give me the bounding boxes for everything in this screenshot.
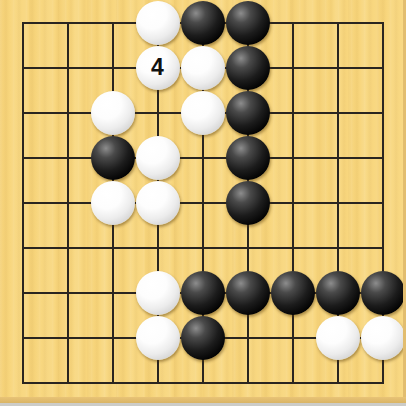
intersection-r0-c4[interactable] [180,0,225,45]
intersection-r4-c5[interactable] [225,180,270,225]
intersection-r2-c0[interactable] [0,90,45,135]
black-stone [181,1,225,45]
intersection-r5-c3[interactable] [135,225,180,270]
intersection-r3-c7[interactable] [315,135,360,180]
intersection-r6-c5[interactable] [225,270,270,315]
move-number-label: 4 [151,56,164,79]
board-grid: 4 [0,0,405,405]
black-stone [361,271,405,315]
intersection-r7-c0[interactable] [0,315,45,360]
intersection-r7-c2[interactable] [90,315,135,360]
intersection-r3-c3[interactable] [135,135,180,180]
white-stone [91,91,135,135]
intersection-r7-c6[interactable] [270,315,315,360]
intersection-r1-c4[interactable] [180,45,225,90]
intersection-r5-c7[interactable] [315,225,360,270]
intersection-r2-c4[interactable] [180,90,225,135]
black-stone [91,136,135,180]
intersection-r0-c8[interactable] [360,0,405,45]
intersection-r6-c6[interactable] [270,270,315,315]
white-stone [361,316,405,360]
intersection-r1-c3[interactable]: 4 [135,45,180,90]
intersection-r7-c5[interactable] [225,315,270,360]
intersection-r2-c5[interactable] [225,90,270,135]
white-stone [136,271,180,315]
intersection-r2-c6[interactable] [270,90,315,135]
intersection-r2-c8[interactable] [360,90,405,135]
black-stone [181,316,225,360]
intersection-r3-c5[interactable] [225,135,270,180]
intersection-r6-c4[interactable] [180,270,225,315]
white-stone [316,316,360,360]
intersection-r5-c0[interactable] [0,225,45,270]
intersection-r4-c8[interactable] [360,180,405,225]
intersection-r7-c7[interactable] [315,315,360,360]
intersection-r1-c6[interactable] [270,45,315,90]
intersection-r5-c5[interactable] [225,225,270,270]
white-stone [136,136,180,180]
black-stone [226,46,270,90]
intersection-r4-c1[interactable] [45,180,90,225]
intersection-r3-c0[interactable] [0,135,45,180]
intersection-r6-c2[interactable] [90,270,135,315]
intersection-r0-c0[interactable] [0,0,45,45]
intersection-r4-c6[interactable] [270,180,315,225]
white-stone [181,91,225,135]
intersection-r1-c7[interactable] [315,45,360,90]
intersection-r4-c7[interactable] [315,180,360,225]
intersection-r6-c1[interactable] [45,270,90,315]
intersection-r0-c6[interactable] [270,0,315,45]
intersection-r5-c6[interactable] [270,225,315,270]
intersection-r3-c1[interactable] [45,135,90,180]
intersection-r3-c4[interactable] [180,135,225,180]
black-stone [226,91,270,135]
go-board: 4 [0,0,406,406]
intersection-r1-c8[interactable] [360,45,405,90]
intersection-r5-c2[interactable] [90,225,135,270]
intersection-r2-c2[interactable] [90,90,135,135]
intersection-r4-c0[interactable] [0,180,45,225]
intersection-r7-c1[interactable] [45,315,90,360]
intersection-r3-c2[interactable] [90,135,135,180]
intersection-r0-c5[interactable] [225,0,270,45]
intersection-r6-c0[interactable] [0,270,45,315]
intersection-r0-c3[interactable] [135,0,180,45]
intersection-r2-c1[interactable] [45,90,90,135]
black-stone [226,181,270,225]
intersection-r0-c1[interactable] [45,0,90,45]
intersection-r5-c8[interactable] [360,225,405,270]
intersection-r7-c8[interactable] [360,315,405,360]
black-stone [181,271,225,315]
intersection-r5-c1[interactable] [45,225,90,270]
intersection-r6-c8[interactable] [360,270,405,315]
white-stone [91,181,135,225]
intersection-r7-c3[interactable] [135,315,180,360]
intersection-r7-c4[interactable] [180,315,225,360]
intersection-r2-c7[interactable] [315,90,360,135]
intersection-r3-c8[interactable] [360,135,405,180]
intersection-r1-c0[interactable] [0,45,45,90]
white-stone [136,1,180,45]
intersection-r3-c6[interactable] [270,135,315,180]
white-stone: 4 [136,46,180,90]
intersection-r4-c3[interactable] [135,180,180,225]
intersection-r6-c7[interactable] [315,270,360,315]
intersection-r0-c7[interactable] [315,0,360,45]
black-stone [226,136,270,180]
intersection-r4-c4[interactable] [180,180,225,225]
intersection-r1-c5[interactable] [225,45,270,90]
white-stone [136,316,180,360]
intersection-r4-c2[interactable] [90,180,135,225]
black-stone [271,271,315,315]
intersection-r5-c4[interactable] [180,225,225,270]
black-stone [226,1,270,45]
black-stone [226,271,270,315]
intersection-r1-c1[interactable] [45,45,90,90]
white-stone [181,46,225,90]
intersection-r2-c3[interactable] [135,90,180,135]
white-stone [136,181,180,225]
black-stone [316,271,360,315]
intersection-r6-c3[interactable] [135,270,180,315]
intersection-r1-c2[interactable] [90,45,135,90]
intersection-r0-c2[interactable] [90,0,135,45]
